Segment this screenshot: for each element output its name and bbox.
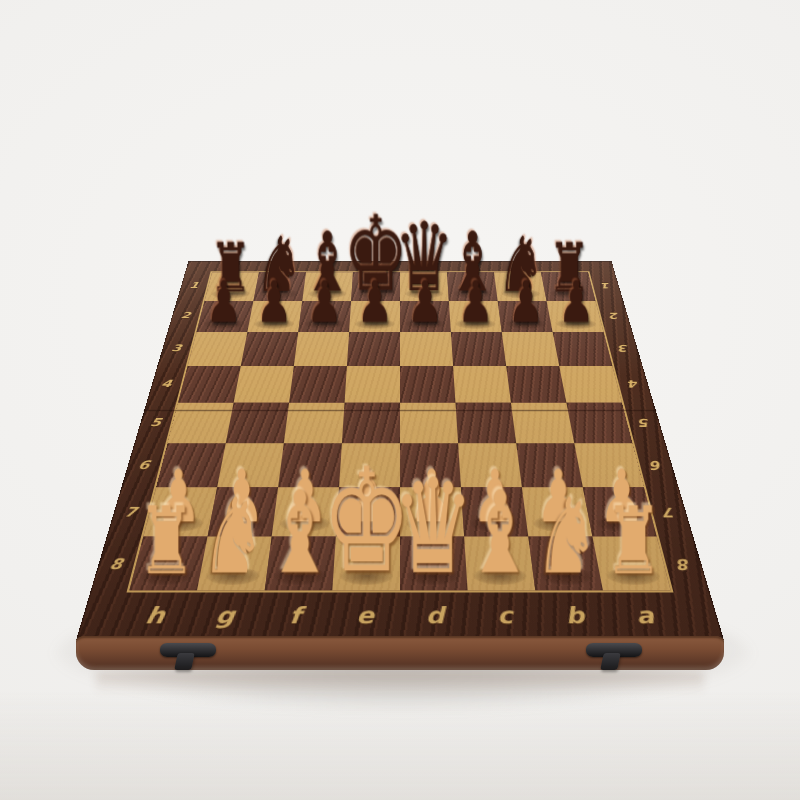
dark-pawn: ♟	[206, 273, 242, 331]
scene: 12345678 ♜♞♝♚♛♝♞♜♟♟♟♟♟♟♟♟♟♟♟♟♟♟♟♟♜♞♝♚♛♝♞…	[0, 0, 800, 800]
light-queen: ♛	[392, 461, 474, 592]
rank-label-right-7: 7	[661, 504, 677, 520]
rank-label-right-2: 2	[608, 310, 620, 320]
light-knight: ♞	[200, 484, 266, 589]
rank-label-left-1: 1	[188, 281, 200, 290]
square-a8: ♜	[592, 536, 670, 590]
playing-area-border: ♜♞♝♚♛♝♞♜♟♟♟♟♟♟♟♟♟♟♟♟♟♟♟♟♜♞♝♚♛♝♞♜	[126, 271, 673, 592]
light-bishop: ♝	[465, 477, 536, 590]
rank-label-left-6: 6	[136, 458, 151, 472]
file-label-a: a	[633, 603, 656, 629]
square-e5	[342, 403, 400, 443]
light-rook: ♜	[137, 494, 195, 587]
light-knight: ♞	[534, 484, 600, 589]
file-label-e: e	[356, 603, 374, 629]
square-f5	[284, 403, 345, 443]
square-e3	[347, 332, 400, 366]
file-label-f: f	[288, 603, 302, 629]
square-g5	[226, 403, 289, 443]
dark-pawn: ♟	[357, 273, 393, 331]
square-h8: ♜	[129, 536, 207, 590]
square-c8: ♝	[464, 536, 535, 590]
square-d8: ♛	[400, 536, 468, 590]
rank-label-left-2: 2	[180, 310, 192, 320]
rank-label-left-8: 8	[108, 555, 125, 573]
square-e4	[345, 366, 400, 403]
square-d4	[400, 366, 455, 403]
light-rook: ♜	[604, 494, 662, 587]
square-g3	[241, 332, 298, 366]
square-a4	[559, 366, 622, 403]
clasp-latch	[586, 643, 642, 657]
rank-label-right-8: 8	[675, 555, 692, 573]
clasp-latch	[160, 643, 216, 657]
square-f2: ♟	[298, 301, 351, 332]
square-b3	[502, 332, 559, 366]
dark-pawn: ♟	[256, 273, 292, 331]
square-h2: ♟	[197, 301, 254, 332]
dark-pawn: ♟	[558, 273, 594, 331]
square-c2: ♟	[449, 301, 502, 332]
playing-area: ♜♞♝♚♛♝♞♜♟♟♟♟♟♟♟♟♟♟♟♟♟♟♟♟♜♞♝♚♛♝♞♜	[129, 272, 670, 590]
square-a5	[566, 403, 632, 443]
rank-label-left-7: 7	[123, 504, 139, 520]
square-a3	[553, 332, 613, 366]
square-c5	[455, 403, 516, 443]
square-b5	[511, 403, 574, 443]
dark-pawn: ♟	[457, 273, 493, 331]
square-b4	[506, 366, 566, 403]
board-reflection	[96, 672, 704, 694]
file-label-g: g	[214, 603, 237, 629]
square-d5	[400, 403, 458, 443]
square-h4	[178, 366, 241, 403]
chessboard-3d-wrap: 12345678 ♜♞♝♚♛♝♞♜♟♟♟♟♟♟♟♟♟♟♟♟♟♟♟♟♜♞♝♚♛♝♞…	[144, 155, 656, 667]
board-front-edge	[76, 636, 724, 670]
rank-label-left-3: 3	[170, 343, 183, 354]
dark-pawn: ♟	[306, 273, 342, 331]
file-label-d: d	[425, 603, 444, 629]
rank-label-right-6: 6	[649, 458, 664, 472]
square-d3	[400, 332, 453, 366]
file-labels: hgfedcba	[114, 592, 686, 640]
file-label-c: c	[496, 603, 514, 629]
square-f3	[294, 332, 349, 366]
square-h5	[168, 403, 234, 443]
rank-label-right-3: 3	[617, 343, 630, 354]
square-a2: ♟	[547, 301, 604, 332]
square-c3	[451, 332, 506, 366]
square-d2: ♟	[400, 301, 451, 332]
square-b8: ♞	[528, 536, 603, 590]
square-c4	[453, 366, 511, 403]
square-g8: ♞	[197, 536, 272, 590]
rank-label-right-4: 4	[627, 378, 640, 390]
dark-pawn: ♟	[508, 273, 544, 331]
file-label-b: b	[563, 603, 586, 629]
rank-label-left-5: 5	[149, 416, 163, 429]
square-g4	[234, 366, 294, 403]
square-f4	[289, 366, 347, 403]
square-e2: ♟	[349, 301, 400, 332]
chessboard: 12345678 ♜♞♝♚♛♝♞♜♟♟♟♟♟♟♟♟♟♟♟♟♟♟♟♟♜♞♝♚♛♝♞…	[76, 261, 724, 640]
square-h3	[188, 332, 248, 366]
rank-label-right-5: 5	[637, 416, 651, 429]
rank-label-left-4: 4	[160, 378, 173, 390]
square-e8: ♚	[332, 536, 400, 590]
square-b2: ♟	[498, 301, 553, 332]
file-label-h: h	[143, 603, 167, 629]
dark-pawn: ♟	[407, 273, 443, 331]
rank-label-right-1: 1	[600, 281, 612, 290]
square-g2: ♟	[247, 301, 302, 332]
